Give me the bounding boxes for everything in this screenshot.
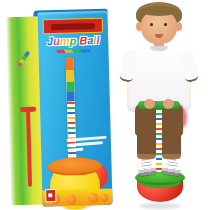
tagline-line (67, 141, 103, 146)
subtitle-dashes (56, 49, 90, 53)
boy-on-jump-ball (118, 2, 210, 208)
brand-logo-text-blob (51, 23, 95, 30)
orange-fruit-icon (88, 193, 98, 203)
boy-right-hand (163, 99, 174, 109)
sneaker-laces (167, 161, 178, 168)
boy-left-sneaker (137, 159, 157, 176)
product-box: Jump Ball (3, 9, 112, 208)
boy-right-eye (164, 23, 167, 26)
tagline-line (67, 148, 83, 152)
product-title-word2: Ball (79, 34, 100, 47)
product-title: Jump Ball (38, 34, 108, 48)
box-side-panel (6, 17, 43, 206)
tagline-text-lines (66, 136, 109, 154)
product-photo-scene: Jump Ball (0, 0, 210, 210)
side-logo-script (17, 50, 30, 67)
boy-right-sneaker (162, 159, 182, 176)
ball-shadow (139, 203, 181, 209)
boy-left-eye (150, 23, 153, 26)
jump-ball-pole (156, 108, 162, 172)
boy-left-hand (144, 99, 155, 109)
orange-fruit-icon (100, 194, 108, 202)
product-title-word1: Jump (47, 35, 77, 48)
maker-logo-icon (45, 189, 56, 202)
tshirt-collar (150, 46, 168, 51)
brand-banner (43, 18, 103, 35)
pole-rainbow-segments (66, 58, 75, 102)
boy-hair-fringe (140, 6, 178, 16)
side-toy-pole-graphic (26, 109, 32, 187)
orange-fruit-icon (66, 195, 76, 205)
box-front-panel: Jump Ball (37, 11, 112, 207)
sneaker-laces (141, 161, 152, 168)
